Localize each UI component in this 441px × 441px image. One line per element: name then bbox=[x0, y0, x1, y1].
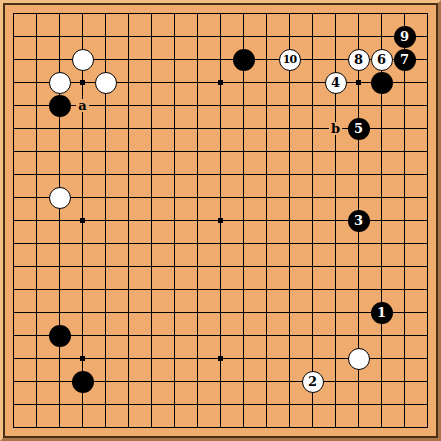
move-8-white-stone: 8 bbox=[348, 49, 370, 71]
move-6-white-stone: 6 bbox=[371, 49, 393, 71]
white-stone-16-16 bbox=[348, 348, 370, 370]
move-5-black-stone: 5 bbox=[348, 118, 370, 140]
star-point bbox=[218, 356, 223, 361]
move-1-black-stone: 1 bbox=[371, 302, 393, 324]
move-10-white-stone: 10 bbox=[279, 49, 301, 71]
move-4-white-stone: 4 bbox=[325, 72, 347, 94]
black-stone-3-15 bbox=[49, 325, 71, 347]
go-board: 12345678910ab bbox=[0, 0, 441, 441]
move-7-black-stone: 7 bbox=[394, 49, 416, 71]
star-point bbox=[218, 218, 223, 223]
point-label-b: b bbox=[329, 122, 342, 135]
black-stone-11-3 bbox=[233, 49, 255, 71]
point-label-a: a bbox=[76, 99, 89, 112]
star-point bbox=[80, 356, 85, 361]
black-stone-17-4 bbox=[371, 72, 393, 94]
move-9-black-stone: 9 bbox=[394, 26, 416, 48]
white-stone-3-9 bbox=[49, 187, 71, 209]
star-point bbox=[218, 80, 223, 85]
move-2-white-stone: 2 bbox=[302, 371, 324, 393]
white-stone-3-4 bbox=[49, 72, 71, 94]
star-point bbox=[80, 218, 85, 223]
white-stone-4-3 bbox=[72, 49, 94, 71]
star-point bbox=[356, 80, 361, 85]
star-point bbox=[80, 80, 85, 85]
move-3-black-stone: 3 bbox=[348, 210, 370, 232]
black-stone-4-17 bbox=[72, 371, 94, 393]
white-stone-5-4 bbox=[95, 72, 117, 94]
black-stone-3-5 bbox=[49, 95, 71, 117]
